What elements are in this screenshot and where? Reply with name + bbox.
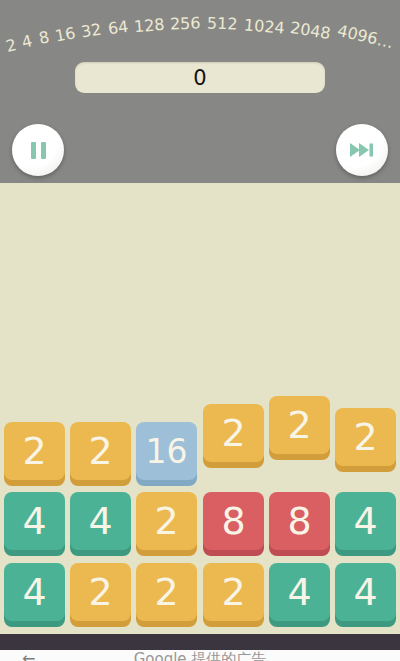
tile-2[interactable]: 2: [203, 563, 264, 621]
tile-4[interactable]: 4: [4, 563, 65, 621]
sequence-token: 128: [133, 15, 165, 37]
game-screen: 248163264128256512102420484096… 0 221622…: [0, 0, 400, 661]
tile-2[interactable]: 2: [4, 422, 65, 480]
score-value: 0: [193, 66, 206, 90]
header: 248163264128256512102420484096… 0: [0, 0, 400, 183]
tile-2[interactable]: 2: [269, 396, 330, 454]
sequence-token: 512: [207, 13, 238, 33]
tile-2[interactable]: 2: [70, 422, 131, 480]
tile-4[interactable]: 4: [335, 492, 396, 550]
ad-label[interactable]: Google 提供的广告: [0, 651, 400, 661]
score-box: 0: [75, 62, 325, 93]
board: 2216222442884422244: [0, 183, 400, 634]
skip-to-end-icon: [349, 142, 375, 158]
sequence-token: 4096…: [336, 21, 396, 52]
sequence-arc: 248163264128256512102420484096…: [0, 14, 400, 33]
sequence-token: 256: [170, 13, 201, 33]
tile-8[interactable]: 8: [269, 492, 330, 550]
sequence-token: 1024: [243, 15, 285, 37]
tile-4[interactable]: 4: [269, 563, 330, 621]
tile-2[interactable]: 2: [136, 563, 197, 621]
tile-16[interactable]: 16: [136, 422, 197, 480]
tile-2[interactable]: 2: [335, 408, 396, 466]
tile-4[interactable]: 4: [70, 492, 131, 550]
tile-2[interactable]: 2: [70, 563, 131, 621]
pause-icon: [31, 142, 46, 159]
ad-dark-bar: [0, 634, 400, 650]
sequence-token: 16: [53, 23, 77, 46]
sequence-token: 64: [106, 17, 129, 38]
tile-2[interactable]: 2: [136, 492, 197, 550]
tile-4[interactable]: 4: [4, 492, 65, 550]
tile-4[interactable]: 4: [335, 563, 396, 621]
tile-8[interactable]: 8: [203, 492, 264, 550]
sequence-token: 8: [37, 27, 51, 48]
tile-2[interactable]: 2: [203, 404, 264, 462]
sequence-token: 32: [80, 20, 103, 42]
skip-button[interactable]: [336, 124, 388, 176]
sequence-token: 4: [20, 31, 34, 52]
ad-banner: ← Google 提供的广告: [0, 650, 400, 661]
sequence-token: 2: [4, 35, 18, 56]
sequence-token: 2048: [289, 18, 332, 43]
pause-button[interactable]: [12, 124, 64, 176]
